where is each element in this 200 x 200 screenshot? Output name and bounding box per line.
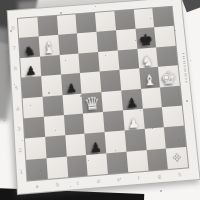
square-d1 xyxy=(86,153,108,176)
rank-label-1: 1 xyxy=(18,168,25,175)
square-c7 xyxy=(58,34,79,55)
file-label-d: d xyxy=(88,176,109,187)
square-b1 xyxy=(46,156,67,179)
square-d3 xyxy=(83,112,104,134)
square-h1 xyxy=(166,147,188,169)
file-label-h: h xyxy=(169,169,190,180)
square-g5: ♝ xyxy=(139,67,160,89)
rank-label-4: 4 xyxy=(14,105,21,112)
square-d8 xyxy=(76,13,97,34)
rank-label-2: 2 xyxy=(16,147,23,154)
square-h6 xyxy=(156,46,177,67)
square-a2 xyxy=(25,137,46,159)
square-e7 xyxy=(96,31,117,52)
piece-white-queen-d4: ♛ xyxy=(82,94,103,113)
chessboard: ♞♝♚♟♞♟♝♚♛♟♟♟ abcdefgh 87654321 xyxy=(7,0,200,195)
rank-label-8: 8 xyxy=(9,25,16,31)
square-e8 xyxy=(95,11,116,32)
square-c6 xyxy=(59,53,80,74)
table-edge-top-right xyxy=(181,0,200,12)
square-b4 xyxy=(42,95,63,117)
square-h2 xyxy=(164,126,186,148)
piece-black-king-g7: ♚ xyxy=(135,32,156,49)
square-g8 xyxy=(133,8,154,29)
square-g1 xyxy=(146,148,168,171)
square-b2 xyxy=(45,136,66,158)
square-a6: ♟ xyxy=(20,56,41,77)
square-c1 xyxy=(66,155,88,178)
file-label-b: b xyxy=(47,179,68,190)
square-f6 xyxy=(117,49,138,70)
square-e6 xyxy=(98,50,119,71)
square-e2 xyxy=(105,131,127,153)
rank-label-7: 7 xyxy=(11,45,18,51)
square-a4 xyxy=(23,96,44,118)
square-c2 xyxy=(65,134,86,156)
square-f2 xyxy=(124,129,146,151)
file-label-f: f xyxy=(128,173,149,184)
piece-white-bishop-g5: ♝ xyxy=(139,72,160,88)
piece-white-bishop-b7: ♝ xyxy=(39,39,59,56)
square-f8 xyxy=(114,10,135,31)
square-h8 xyxy=(153,7,174,28)
square-c8 xyxy=(56,14,77,35)
square-b5 xyxy=(41,75,62,97)
square-e4 xyxy=(101,90,122,112)
square-c4 xyxy=(62,93,83,115)
square-g6: ♞ xyxy=(137,47,158,68)
square-g3 xyxy=(142,107,164,129)
square-e3 xyxy=(103,110,125,132)
piece-white-king-h5: ♚ xyxy=(158,68,179,87)
rank-label-6: 6 xyxy=(12,65,19,71)
square-a5 xyxy=(21,76,42,98)
board-grid: ♞♝♚♟♞♟♝♚♛♟♟♟ xyxy=(17,6,189,182)
square-h4 xyxy=(160,85,182,107)
square-a7: ♞ xyxy=(19,37,40,58)
square-e5 xyxy=(100,70,121,92)
square-g2 xyxy=(144,127,166,149)
square-g4 xyxy=(141,87,163,109)
file-label-c: c xyxy=(67,178,88,189)
rank-label-3: 3 xyxy=(15,126,22,133)
square-g7: ♚ xyxy=(135,28,156,49)
square-a3 xyxy=(24,117,45,139)
square-h3 xyxy=(162,105,184,127)
square-b6 xyxy=(40,55,61,76)
square-h7 xyxy=(154,26,175,47)
square-d5 xyxy=(80,72,101,94)
square-f3: ♟ xyxy=(123,109,145,131)
square-c3 xyxy=(63,113,84,135)
square-e1 xyxy=(106,151,128,174)
square-d6 xyxy=(79,52,100,73)
square-b7: ♝ xyxy=(38,35,59,56)
square-d4: ♛ xyxy=(82,92,103,114)
square-a8 xyxy=(18,17,39,38)
square-b8 xyxy=(37,16,58,37)
board-photo: ♞♝♚♟♞♟♝♚♛♟♟♟ abcdefgh 87654321 xyxy=(0,0,200,200)
maker-emblem-icon xyxy=(172,153,182,163)
square-d2: ♟ xyxy=(85,132,107,154)
square-d7 xyxy=(77,32,98,53)
square-f7 xyxy=(116,29,137,50)
board-edge-fine-print xyxy=(182,53,187,82)
rank-label-5: 5 xyxy=(13,85,20,91)
square-h5: ♚ xyxy=(158,65,180,87)
square-c5: ♟ xyxy=(61,73,82,95)
square-f4: ♟ xyxy=(121,88,142,110)
file-label-a: a xyxy=(27,181,48,192)
file-label-e: e xyxy=(108,174,129,185)
square-a1 xyxy=(26,158,47,181)
square-b3 xyxy=(44,115,65,137)
square-f1 xyxy=(126,150,148,173)
file-label-g: g xyxy=(149,171,170,182)
square-f5 xyxy=(119,68,140,90)
